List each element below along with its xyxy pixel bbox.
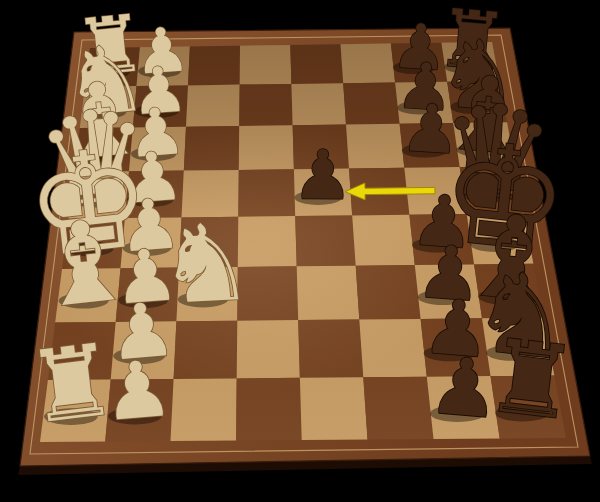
square-h4[interactable] (236, 378, 302, 441)
square-b4[interactable] (239, 84, 292, 126)
square-a3[interactable] (188, 46, 240, 86)
white-r-glyph: ♜ (21, 321, 123, 446)
chess-app-background: ♜♟♟♜♞♟♟♞♝♟♟♝♛♟♟♛♚♟♟♚♝♟♞♟♝♞♟♟♜♟♟♜ (0, 0, 600, 502)
chess-board-3d-view: ♜♟♟♜♞♟♟♞♝♟♟♝♛♟♟♛♚♟♟♚♝♟♞♟♝♞♟♟♜♟♟♜ (0, 0, 600, 502)
square-f6[interactable] (356, 265, 421, 320)
square-g6[interactable] (359, 319, 427, 377)
square-c3[interactable] (184, 126, 239, 171)
square-c6[interactable] (346, 124, 404, 169)
square-a4[interactable] (240, 45, 292, 85)
square-h6[interactable] (363, 377, 433, 440)
square-h5[interactable] (300, 377, 368, 440)
square-c4[interactable] (239, 125, 294, 170)
piece-black-p-d5[interactable]: ♟ (292, 135, 354, 215)
piece-white-r-h1[interactable]: ♜ (21, 321, 123, 446)
square-e5[interactable] (295, 216, 356, 267)
square-h3[interactable] (171, 378, 237, 441)
piece-black-p-h7[interactable]: ♟ (426, 339, 504, 437)
square-g4[interactable] (237, 320, 300, 378)
square-b5[interactable] (291, 83, 346, 125)
square-a5[interactable] (290, 44, 343, 84)
square-g5[interactable] (298, 320, 363, 378)
square-b6[interactable] (343, 82, 399, 124)
black-p-glyph: ♟ (292, 135, 354, 215)
square-g3[interactable] (174, 321, 238, 379)
black-p-glyph: ♟ (426, 339, 504, 437)
square-b3[interactable] (186, 85, 240, 127)
square-e6[interactable] (352, 215, 415, 266)
square-a6[interactable] (341, 44, 396, 84)
square-f5[interactable] (297, 266, 360, 320)
